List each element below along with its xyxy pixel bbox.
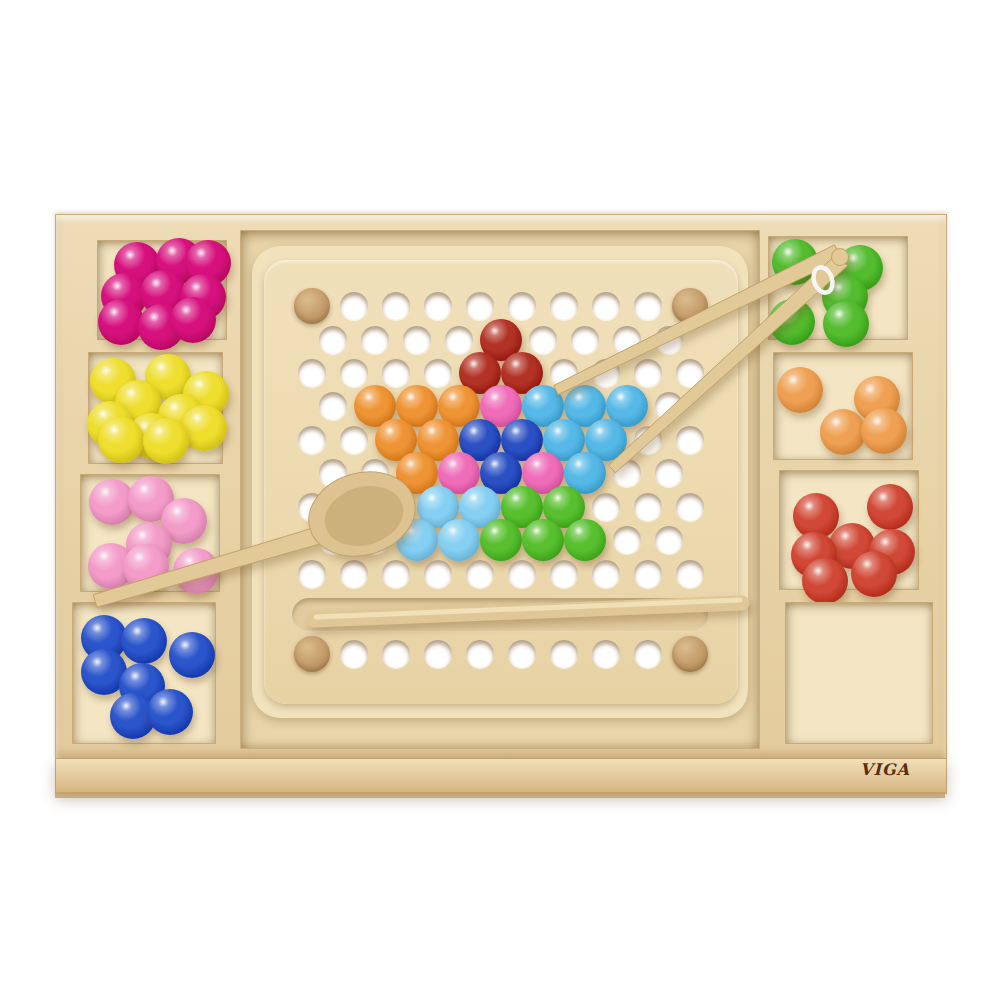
board-hole [676, 359, 704, 387]
board-hole [655, 392, 683, 420]
board-hole [508, 640, 536, 668]
board-hole [655, 459, 683, 487]
board-hole [361, 459, 389, 487]
tray-ball-green_bright[interactable] [772, 239, 818, 285]
tray-ball-blue_royal[interactable] [121, 618, 167, 664]
board-hole [340, 560, 368, 588]
board-hole [634, 426, 662, 454]
board-hole [634, 292, 662, 320]
board-hole [550, 640, 578, 668]
board-hole [634, 359, 662, 387]
board-hole [592, 493, 620, 521]
board-hole [382, 359, 410, 387]
tray-empty [785, 602, 933, 744]
board-hole [319, 392, 347, 420]
board-hole [529, 326, 557, 354]
board-hole [298, 426, 326, 454]
board-hole [571, 326, 599, 354]
board-hole [550, 359, 578, 387]
wooden-ball-game-photo: VIGA [0, 0, 1000, 1000]
tray-ball-blue_royal[interactable] [147, 689, 193, 735]
board-hole [382, 560, 410, 588]
board-hole [424, 359, 452, 387]
tray-ball-orange_light[interactable] [777, 367, 823, 413]
tray-ball-pink_light[interactable] [173, 548, 219, 594]
board-hole [613, 326, 641, 354]
stick-channel [292, 598, 708, 632]
board-hole [424, 640, 452, 668]
tray-ball-red_bright[interactable] [851, 551, 897, 597]
board-hole [655, 526, 683, 554]
tray-ball-orange_light[interactable] [820, 409, 866, 455]
board-hole [592, 359, 620, 387]
tray-front-face [55, 758, 947, 794]
board-hole [592, 292, 620, 320]
tray-ball-green_bright[interactable] [823, 301, 869, 347]
board-ball-lightblue[interactable] [438, 519, 480, 561]
board-hole [361, 326, 389, 354]
board-hole [382, 640, 410, 668]
board-ball-green[interactable] [564, 519, 606, 561]
board-hole [634, 493, 662, 521]
board-hole [319, 326, 347, 354]
tray-bottom-edge [55, 792, 945, 798]
board-hole [592, 640, 620, 668]
board-hole [382, 292, 410, 320]
board-hole [634, 560, 662, 588]
board-hole [403, 326, 431, 354]
board-hole [466, 640, 494, 668]
board-hole [340, 292, 368, 320]
board-hole [676, 426, 704, 454]
board-hole [508, 292, 536, 320]
board-hole [298, 560, 326, 588]
corner-peg [294, 288, 330, 324]
board-ball-lightblue[interactable] [396, 519, 438, 561]
board-hole [466, 292, 494, 320]
board-hole [298, 359, 326, 387]
board-hole [550, 292, 578, 320]
tray-ball-red_bright[interactable] [802, 558, 848, 604]
tray-ball-yellow[interactable] [98, 417, 144, 463]
tray-ball-blue_royal[interactable] [169, 632, 215, 678]
board-hole [340, 493, 368, 521]
board-hole [466, 560, 494, 588]
board-hole [634, 640, 662, 668]
board-hole [298, 493, 326, 521]
board-hole [445, 326, 473, 354]
board-hole [424, 292, 452, 320]
tray-ball-red_bright[interactable] [867, 484, 913, 530]
board-hole [655, 326, 683, 354]
board-ball-green[interactable] [480, 519, 522, 561]
board-hole [340, 640, 368, 668]
board-hole [340, 426, 368, 454]
board-hole [676, 560, 704, 588]
board-hole [550, 560, 578, 588]
tray-ball-magenta[interactable] [98, 299, 144, 345]
viga-logo: VIGA [845, 760, 925, 779]
corner-peg [672, 288, 708, 324]
tray-ball-yellow[interactable] [143, 418, 189, 464]
board-hole [340, 359, 368, 387]
board-hole [592, 560, 620, 588]
board-hole [424, 560, 452, 588]
tray-ball-orange_light[interactable] [861, 408, 907, 454]
board-hole [613, 459, 641, 487]
board-ball-green[interactable] [522, 519, 564, 561]
tray-ball-green_bright[interactable] [769, 299, 815, 345]
board-hole [319, 459, 347, 487]
board-hole [319, 526, 347, 554]
corner-peg [294, 636, 330, 672]
tray-ball-pink_light[interactable] [123, 544, 169, 590]
board-hole [508, 560, 536, 588]
board-hole [361, 526, 389, 554]
tray-ball-magenta[interactable] [170, 297, 216, 343]
board-hole [676, 493, 704, 521]
board-hole [382, 493, 410, 521]
board-hole [613, 526, 641, 554]
corner-peg [672, 636, 708, 672]
